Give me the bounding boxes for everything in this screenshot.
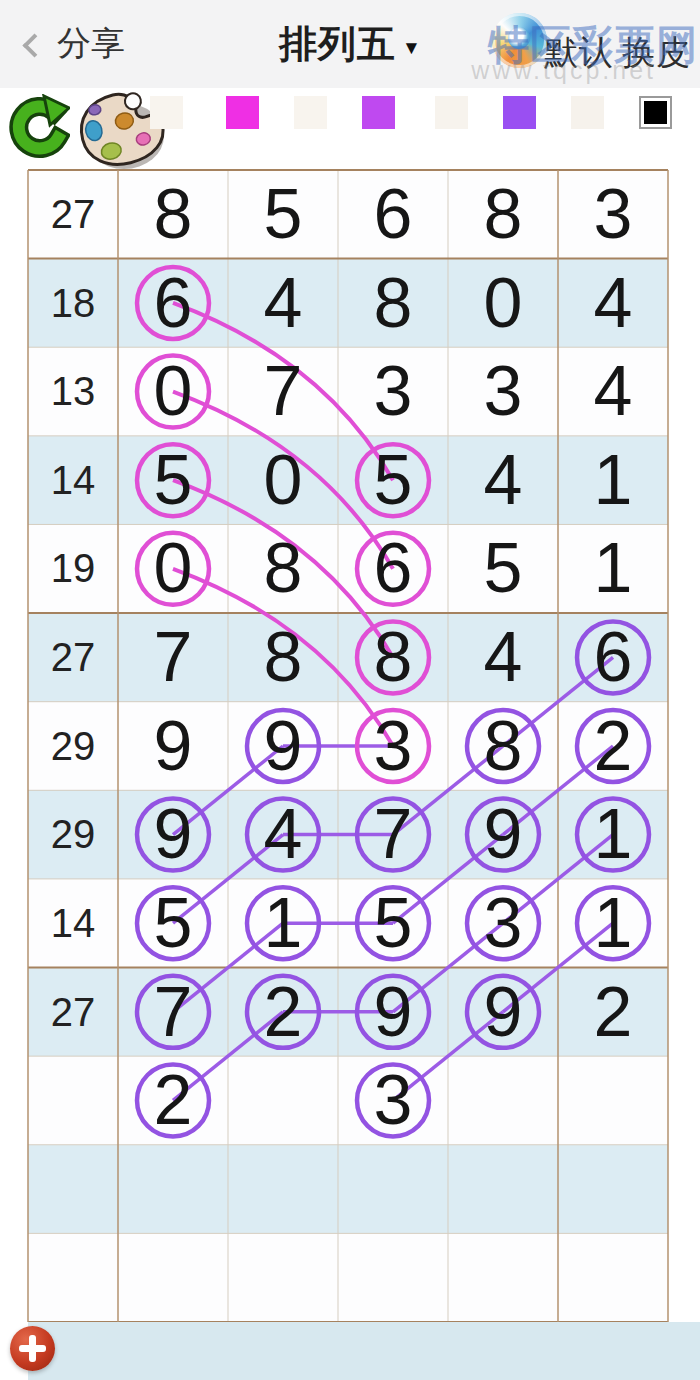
swatch-magenta[interactable] bbox=[226, 96, 259, 129]
cell-r3c2[interactable]: 7 bbox=[228, 347, 338, 436]
cell-r4c1[interactable]: 5 bbox=[118, 436, 228, 525]
cell-r4c4[interactable]: 4 bbox=[448, 436, 558, 525]
cell-r3c1[interactable]: 0 bbox=[118, 347, 228, 436]
cell-r5c1[interactable]: 0 bbox=[118, 524, 228, 613]
cell-r1c1[interactable]: 8 bbox=[118, 170, 228, 259]
cell-r2c3[interactable]: 8 bbox=[338, 259, 448, 348]
add-row-button[interactable] bbox=[10, 1326, 55, 1371]
swatch-violet[interactable] bbox=[503, 96, 536, 129]
row-bg bbox=[28, 1145, 668, 1234]
bottom-bar bbox=[28, 1322, 700, 1380]
sum-row7: 29 bbox=[28, 702, 118, 791]
refresh-icon[interactable] bbox=[8, 94, 70, 164]
skin-switch-button[interactable]: 默认 换皮 bbox=[545, 30, 690, 76]
cell-r2c2[interactable]: 4 bbox=[228, 259, 338, 348]
cell-r7c4[interactable]: 8 bbox=[448, 702, 558, 791]
cell-r7c1[interactable]: 9 bbox=[118, 702, 228, 791]
sum-row1: 27 bbox=[28, 170, 118, 259]
sum-row6: 27 bbox=[28, 613, 118, 702]
cell-r9c5[interactable]: 1 bbox=[558, 879, 668, 968]
cell-r10c2[interactable]: 2 bbox=[228, 968, 338, 1057]
cell-r5c2[interactable]: 8 bbox=[228, 524, 338, 613]
cell-r1c3[interactable]: 6 bbox=[338, 170, 448, 259]
cell-r7c3[interactable]: 3 bbox=[338, 702, 448, 791]
cell-r10c5[interactable]: 2 bbox=[558, 968, 668, 1057]
cell-r3c5[interactable]: 4 bbox=[558, 347, 668, 436]
cell-r6c4[interactable]: 4 bbox=[448, 613, 558, 702]
cell-r1c2[interactable]: 5 bbox=[228, 170, 338, 259]
cell-r4c5[interactable]: 1 bbox=[558, 436, 668, 525]
cell-r6c3[interactable]: 8 bbox=[338, 613, 448, 702]
cell-r4c2[interactable]: 0 bbox=[228, 436, 338, 525]
cell-r7c5[interactable]: 2 bbox=[558, 702, 668, 791]
sum-row8: 29 bbox=[28, 790, 118, 879]
cell-r9c3[interactable]: 5 bbox=[338, 879, 448, 968]
cell-r3c4[interactable]: 3 bbox=[448, 347, 558, 436]
cell-r3c3[interactable]: 3 bbox=[338, 347, 448, 436]
sum-row10: 27 bbox=[28, 968, 118, 1057]
cell-r6c2[interactable]: 8 bbox=[228, 613, 338, 702]
cell-r10c1[interactable]: 7 bbox=[118, 968, 228, 1057]
cell-r9c2[interactable]: 1 bbox=[228, 879, 338, 968]
swatch-cream-4[interactable] bbox=[571, 96, 604, 129]
cell-r8c3[interactable]: 7 bbox=[338, 790, 448, 879]
cell-r11c1[interactable]: 2 bbox=[118, 1056, 228, 1145]
swatch-cream-1[interactable] bbox=[150, 96, 183, 129]
pailie5-trend-app: 分享 排列五 ▼ 默认 换皮 特区彩票网 www.tqcp.net bbox=[0, 0, 700, 1380]
sum-row2: 18 bbox=[28, 259, 118, 348]
cell-r6c1[interactable]: 7 bbox=[118, 613, 228, 702]
cell-r2c4[interactable]: 0 bbox=[448, 259, 558, 348]
cell-r1c5[interactable]: 3 bbox=[558, 170, 668, 259]
cell-r8c2[interactable]: 4 bbox=[228, 790, 338, 879]
cell-r4c3[interactable]: 5 bbox=[338, 436, 448, 525]
sum-row4: 14 bbox=[28, 436, 118, 525]
cell-r9c1[interactable]: 5 bbox=[118, 879, 228, 968]
cell-r10c4[interactable]: 9 bbox=[448, 968, 558, 1057]
sum-row3: 13 bbox=[28, 347, 118, 436]
cell-r9c4[interactable]: 3 bbox=[448, 879, 558, 968]
cell-r8c5[interactable]: 1 bbox=[558, 790, 668, 879]
page-title: 排列五 bbox=[279, 19, 396, 70]
cell-r2c1[interactable]: 6 bbox=[118, 259, 228, 348]
swatch-black[interactable] bbox=[639, 96, 672, 129]
swatch-cream-3[interactable] bbox=[435, 96, 468, 129]
cell-r7c2[interactable]: 9 bbox=[228, 702, 338, 791]
cell-r5c5[interactable]: 1 bbox=[558, 524, 668, 613]
cell-r8c4[interactable]: 9 bbox=[448, 790, 558, 879]
cell-r1c4[interactable]: 8 bbox=[448, 170, 558, 259]
swatch-purple[interactable] bbox=[362, 96, 395, 129]
swatch-cream-2[interactable] bbox=[294, 96, 327, 129]
row-bg bbox=[28, 1233, 668, 1322]
cell-r11c3[interactable]: 3 bbox=[338, 1056, 448, 1145]
cell-r5c3[interactable]: 6 bbox=[338, 524, 448, 613]
cell-r10c3[interactable]: 9 bbox=[338, 968, 448, 1057]
cell-r5c4[interactable]: 5 bbox=[448, 524, 558, 613]
drawing-toolbar bbox=[0, 88, 700, 170]
header-bar: 分享 排列五 ▼ 默认 换皮 特区彩票网 www.tqcp.net bbox=[0, 0, 700, 88]
dropdown-arrow-icon: ▼ bbox=[402, 37, 421, 59]
cell-r6c5[interactable]: 6 bbox=[558, 613, 668, 702]
sum-row5: 19 bbox=[28, 524, 118, 613]
sum-row9: 14 bbox=[28, 879, 118, 968]
site-logo-icon bbox=[492, 13, 547, 68]
cell-r8c1[interactable]: 9 bbox=[118, 790, 228, 879]
cell-r2c5[interactable]: 4 bbox=[558, 259, 668, 348]
